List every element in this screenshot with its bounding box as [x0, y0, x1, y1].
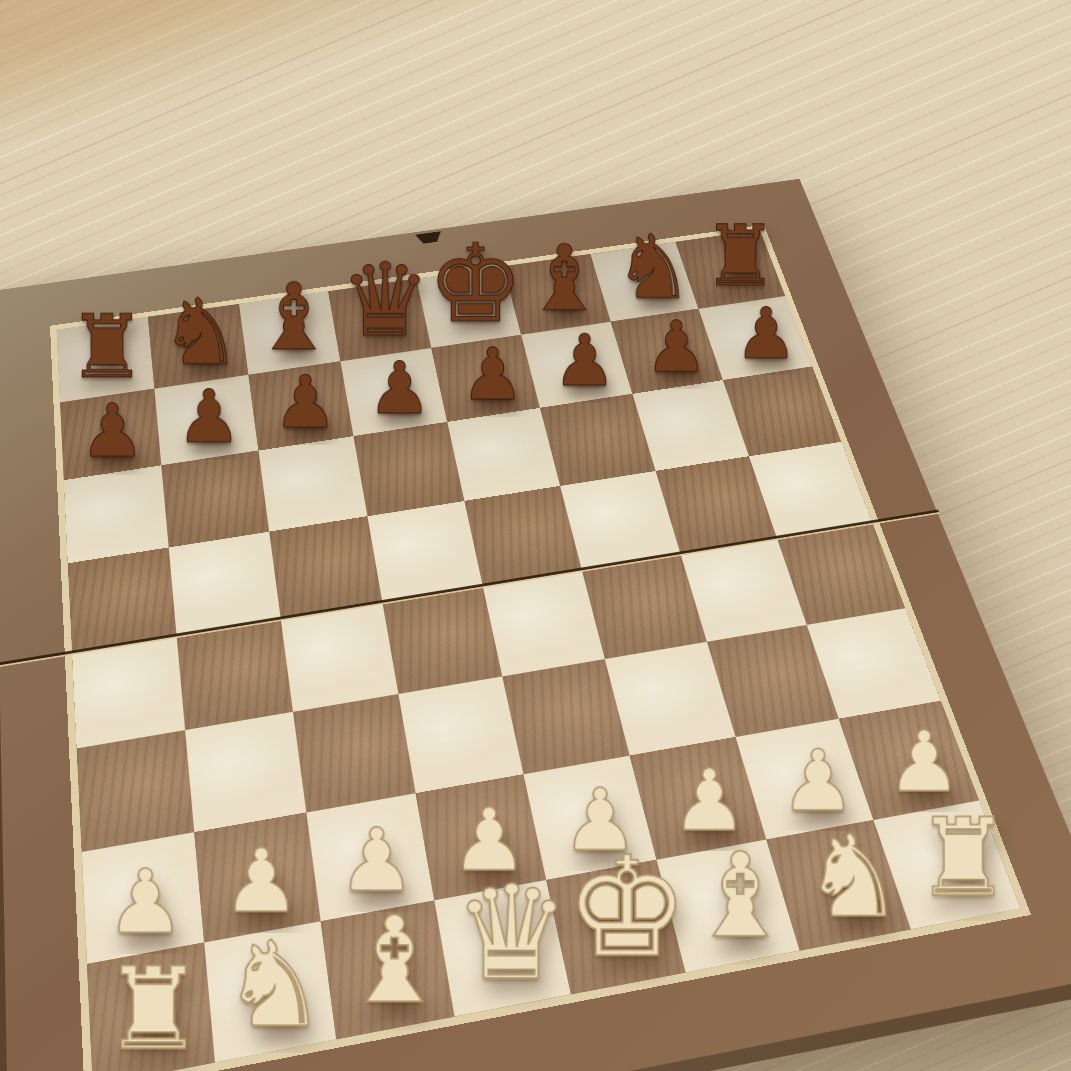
square-a3[interactable] [77, 730, 195, 852]
piece-black-bishop-c8[interactable]: ♝ [252, 271, 335, 363]
piece-black-king-e8[interactable]: ♚ [427, 230, 523, 338]
square-d1[interactable]: ♛ [434, 880, 571, 1017]
piece-black-pawn-h7[interactable]: ♟ [734, 299, 797, 369]
piece-black-pawn-b7[interactable]: ♟ [177, 380, 242, 453]
piece-black-pawn-d7[interactable]: ♟ [367, 352, 432, 424]
square-f7[interactable]: ♟ [521, 322, 632, 408]
piece-black-rook-a8[interactable]: ♜ [68, 303, 147, 391]
square-b6[interactable] [162, 451, 269, 548]
square-d5[interactable] [367, 501, 483, 602]
piece-white-queen-d1[interactable]: ♛ [453, 868, 570, 998]
piece-black-knight-b8[interactable]: ♞ [160, 286, 242, 377]
square-a6[interactable] [64, 465, 169, 563]
piece-white-rook-h1[interactable]: ♜ [915, 804, 1012, 912]
piece-white-pawn-b2[interactable]: ♟ [222, 837, 301, 925]
piece-black-rook-h8[interactable]: ♜ [703, 214, 779, 298]
piece-black-pawn-a7[interactable]: ♟ [80, 395, 146, 468]
piece-black-pawn-f7[interactable]: ♟ [553, 325, 617, 396]
piece-white-pawn-a2[interactable]: ♟ [106, 858, 185, 946]
square-d7[interactable]: ♟ [340, 348, 447, 436]
piece-black-bishop-f8[interactable]: ♝ [524, 233, 605, 324]
square-a1[interactable]: ♜ [87, 943, 215, 1071]
square-e5[interactable] [464, 486, 582, 586]
square-b7[interactable]: ♟ [155, 375, 258, 465]
piece-black-pawn-g7[interactable]: ♟ [644, 312, 707, 383]
piece-white-knight-b1[interactable]: ♞ [222, 925, 328, 1043]
piece-white-knight-g1[interactable]: ♞ [802, 820, 904, 933]
square-a4[interactable] [72, 635, 185, 748]
square-h4[interactable] [777, 522, 906, 625]
piece-black-queen-d8[interactable]: ♛ [340, 249, 430, 350]
square-d3[interactable] [398, 676, 523, 793]
square-c6[interactable] [258, 436, 367, 531]
piece-white-bishop-c1[interactable]: ♝ [341, 901, 448, 1020]
square-a7[interactable]: ♟ [60, 389, 161, 480]
piece-white-pawn-h2[interactable]: ♟ [886, 720, 961, 804]
square-b1[interactable]: ♞ [204, 921, 335, 1062]
piece-white-bishop-f1[interactable]: ♝ [689, 838, 794, 955]
square-g4[interactable] [680, 538, 807, 642]
square-c7[interactable]: ♟ [248, 361, 353, 450]
piece-black-knight-g8[interactable]: ♞ [613, 223, 692, 311]
piece-black-pawn-c7[interactable]: ♟ [273, 366, 338, 438]
piece-white-king-e1[interactable]: ♚ [565, 838, 689, 977]
square-c1[interactable]: ♝ [320, 900, 454, 1039]
square-c3[interactable] [292, 694, 415, 813]
square-d4[interactable] [382, 586, 502, 694]
square-g7[interactable]: ♟ [610, 309, 722, 394]
square-c5[interactable] [269, 516, 382, 618]
square-f4[interactable] [582, 553, 707, 659]
piece-black-pawn-e7[interactable]: ♟ [461, 339, 525, 411]
piece-white-rook-a1[interactable]: ♜ [103, 952, 205, 1066]
square-b3[interactable] [185, 712, 305, 832]
square-e7[interactable]: ♟ [431, 335, 540, 422]
square-d6[interactable] [353, 422, 464, 516]
scene: ♜♞♝♛♚♝♞♜♟♟♟♟♟♟♟♟♟♟♟♟♟♟♟♟♜♞♝♛♚♝♞♜ [0, 0, 1071, 1071]
